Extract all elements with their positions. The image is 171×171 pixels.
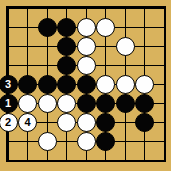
stone-black xyxy=(77,75,96,94)
stone-white xyxy=(38,94,57,113)
stone-black xyxy=(38,18,57,37)
stone-black xyxy=(96,132,115,151)
stone-white xyxy=(38,132,57,151)
stone-white xyxy=(77,132,96,151)
stone-black xyxy=(96,113,115,132)
stone-white xyxy=(116,75,135,94)
stone-white xyxy=(96,18,115,37)
stone-white xyxy=(18,94,37,113)
stone-black xyxy=(38,75,57,94)
stone-white xyxy=(57,113,76,132)
stone-black xyxy=(18,75,37,94)
stone-black xyxy=(57,75,76,94)
stone-black xyxy=(57,18,76,37)
go-diagram: 3124 xyxy=(0,0,171,171)
stone-white-move-2: 2 xyxy=(0,113,18,132)
stone-white xyxy=(96,75,115,94)
stone-white xyxy=(77,18,96,37)
stone-white-move-4: 4 xyxy=(18,113,37,132)
stone-black xyxy=(135,94,154,113)
stone-black xyxy=(135,113,154,132)
stone-black-move-1: 1 xyxy=(0,94,18,113)
stone-black xyxy=(77,94,96,113)
go-board[interactable]: 3124 xyxy=(0,0,171,171)
stone-white xyxy=(135,75,154,94)
stone-black-move-3: 3 xyxy=(0,75,18,94)
grid-line-horizontal xyxy=(8,160,165,161)
stone-black xyxy=(116,94,135,113)
stone-white xyxy=(77,37,96,56)
stone-black xyxy=(57,56,76,75)
stone-black xyxy=(96,94,115,113)
stone-white xyxy=(77,56,96,75)
stone-white xyxy=(116,37,135,56)
stone-white xyxy=(77,113,96,132)
grid-line-vertical xyxy=(164,8,165,161)
stone-white xyxy=(57,94,76,113)
stone-black xyxy=(57,37,76,56)
